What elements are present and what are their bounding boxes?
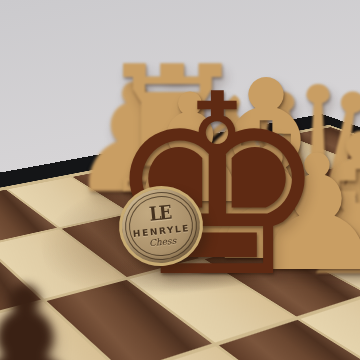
dark-king: ♚ [92, 62, 342, 312]
token-face: LE HENRYLE Chess [118, 185, 203, 267]
dark-pawn-foreground: ♟ [0, 264, 115, 360]
token-monogram: LE [148, 201, 171, 225]
brand-token: LE HENRYLE Chess [115, 182, 207, 270]
photo-scene: ♟ ♜ ♞ ♛ ♝ ♝ ♟ ♟ ♟ ♚ LE HENRYLE Chess ♟ [0, 0, 360, 360]
token-brand-word: Chess [149, 236, 177, 249]
